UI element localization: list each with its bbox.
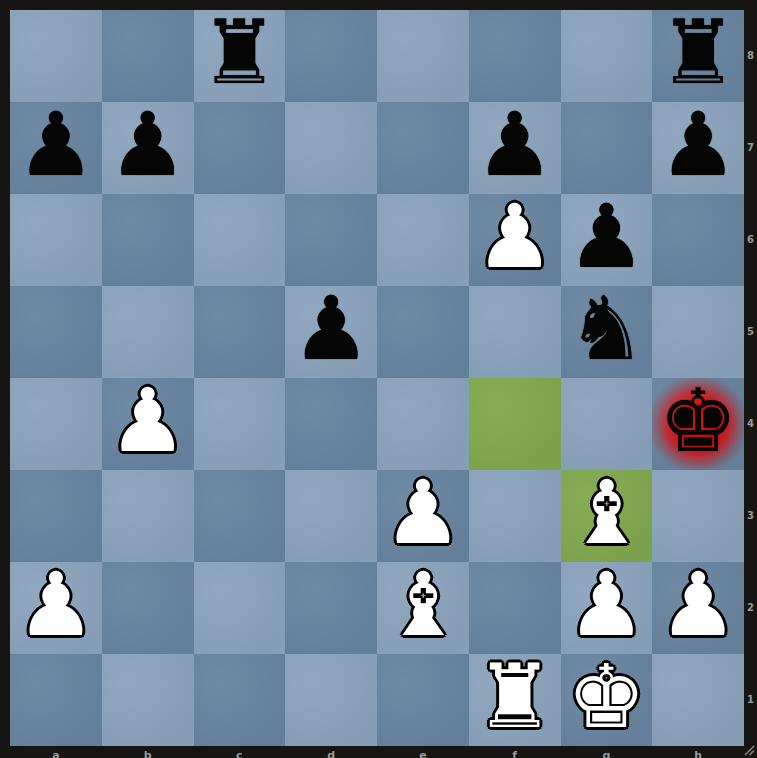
- square-a6[interactable]: [10, 194, 102, 286]
- file-label-f: f: [469, 749, 561, 758]
- square-e6[interactable]: [377, 194, 469, 286]
- square-e5[interactable]: [377, 286, 469, 378]
- square-a1[interactable]: [10, 654, 102, 746]
- white-pawn[interactable]: ♟: [383, 467, 462, 559]
- white-pawn[interactable]: ♟: [475, 191, 554, 283]
- resize-grip-icon[interactable]: [743, 744, 756, 757]
- black-pawn[interactable]: ♟: [475, 99, 554, 191]
- square-g4[interactable]: [561, 378, 653, 470]
- black-rook[interactable]: ♜: [200, 7, 279, 99]
- file-label-g: g: [561, 749, 653, 758]
- square-a8[interactable]: [10, 10, 102, 102]
- file-label-c: c: [194, 749, 286, 758]
- square-b6[interactable]: [102, 194, 194, 286]
- square-g7[interactable]: [561, 102, 653, 194]
- square-c5[interactable]: [194, 286, 286, 378]
- square-f4[interactable]: [469, 378, 561, 470]
- square-e8[interactable]: [377, 10, 469, 102]
- square-b2[interactable]: [102, 562, 194, 654]
- square-b7[interactable]: ♟: [102, 102, 194, 194]
- rank-label-3: 3: [744, 469, 757, 561]
- black-pawn[interactable]: ♟: [108, 99, 187, 191]
- square-d4[interactable]: [285, 378, 377, 470]
- file-label-b: b: [102, 749, 194, 758]
- black-pawn[interactable]: ♟: [567, 191, 646, 283]
- square-d2[interactable]: [285, 562, 377, 654]
- square-c7[interactable]: [194, 102, 286, 194]
- square-h1[interactable]: [652, 654, 744, 746]
- square-b3[interactable]: [102, 470, 194, 562]
- square-c4[interactable]: [194, 378, 286, 470]
- rank-label-8: 8: [744, 10, 757, 102]
- black-king[interactable]: ♚: [659, 375, 738, 467]
- rank-label-5: 5: [744, 286, 757, 378]
- square-f5[interactable]: [469, 286, 561, 378]
- square-c1[interactable]: [194, 654, 286, 746]
- white-king[interactable]: ♚: [567, 651, 646, 743]
- white-rook[interactable]: ♜: [475, 651, 554, 743]
- square-e1[interactable]: [377, 654, 469, 746]
- square-h8[interactable]: ♜: [652, 10, 744, 102]
- white-pawn[interactable]: ♟: [16, 559, 95, 651]
- white-bishop[interactable]: ♝: [567, 467, 646, 559]
- square-g8[interactable]: [561, 10, 653, 102]
- square-g5[interactable]: ♞: [561, 286, 653, 378]
- rank-labels: 87654321: [744, 10, 757, 745]
- rank-label-6: 6: [744, 194, 757, 286]
- square-c3[interactable]: [194, 470, 286, 562]
- black-rook[interactable]: ♜: [659, 7, 738, 99]
- square-a5[interactable]: [10, 286, 102, 378]
- square-h3[interactable]: [652, 470, 744, 562]
- file-label-h: h: [652, 749, 744, 758]
- square-d1[interactable]: [285, 654, 377, 746]
- square-g1[interactable]: ♚: [561, 654, 653, 746]
- square-c8[interactable]: ♜: [194, 10, 286, 102]
- square-e7[interactable]: [377, 102, 469, 194]
- square-f7[interactable]: ♟: [469, 102, 561, 194]
- square-a3[interactable]: [10, 470, 102, 562]
- black-pawn[interactable]: ♟: [292, 283, 371, 375]
- square-g6[interactable]: ♟: [561, 194, 653, 286]
- square-d8[interactable]: [285, 10, 377, 102]
- square-a2[interactable]: ♟: [10, 562, 102, 654]
- square-c6[interactable]: [194, 194, 286, 286]
- square-h7[interactable]: ♟: [652, 102, 744, 194]
- file-label-a: a: [10, 749, 102, 758]
- square-d7[interactable]: [285, 102, 377, 194]
- square-c2[interactable]: [194, 562, 286, 654]
- board-frame: ♜♜♟♟♟♟♟♟♟♞♟♚♟♝♟♝♟♟♜♚ 87654321 abcdefgh: [0, 0, 757, 758]
- square-f1[interactable]: ♜: [469, 654, 561, 746]
- square-e4[interactable]: [377, 378, 469, 470]
- square-e3[interactable]: ♟: [377, 470, 469, 562]
- square-d5[interactable]: ♟: [285, 286, 377, 378]
- square-d6[interactable]: [285, 194, 377, 286]
- square-g2[interactable]: ♟: [561, 562, 653, 654]
- square-b1[interactable]: [102, 654, 194, 746]
- black-pawn[interactable]: ♟: [659, 99, 738, 191]
- rank-label-2: 2: [744, 561, 757, 653]
- black-knight[interactable]: ♞: [567, 283, 646, 375]
- square-b5[interactable]: [102, 286, 194, 378]
- file-labels: abcdefgh: [10, 749, 744, 758]
- rank-label-4: 4: [744, 378, 757, 470]
- file-label-d: d: [285, 749, 377, 758]
- square-e2[interactable]: ♝: [377, 562, 469, 654]
- rank-label-1: 1: [744, 653, 757, 745]
- white-pawn[interactable]: ♟: [567, 559, 646, 651]
- square-d3[interactable]: [285, 470, 377, 562]
- white-pawn[interactable]: ♟: [659, 559, 738, 651]
- square-a7[interactable]: ♟: [10, 102, 102, 194]
- square-f2[interactable]: [469, 562, 561, 654]
- square-b8[interactable]: [102, 10, 194, 102]
- rank-label-7: 7: [744, 102, 757, 194]
- square-f3[interactable]: [469, 470, 561, 562]
- white-bishop[interactable]: ♝: [383, 559, 462, 651]
- file-label-e: e: [377, 749, 469, 758]
- square-f6[interactable]: ♟: [469, 194, 561, 286]
- square-f8[interactable]: [469, 10, 561, 102]
- square-h6[interactable]: [652, 194, 744, 286]
- chess-board[interactable]: ♜♜♟♟♟♟♟♟♟♞♟♚♟♝♟♝♟♟♜♚: [10, 10, 744, 745]
- black-pawn[interactable]: ♟: [16, 99, 95, 191]
- square-h2[interactable]: ♟: [652, 562, 744, 654]
- white-pawn[interactable]: ♟: [108, 375, 187, 467]
- square-h4[interactable]: ♚: [652, 378, 744, 470]
- square-h5[interactable]: [652, 286, 744, 378]
- square-g3[interactable]: ♝: [561, 470, 653, 562]
- square-b4[interactable]: ♟: [102, 378, 194, 470]
- square-a4[interactable]: [10, 378, 102, 470]
